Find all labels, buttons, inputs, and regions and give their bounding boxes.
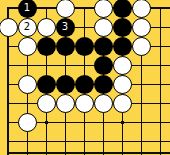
board-intersection[interactable]: [94, 0, 113, 18]
go-board: 123: [0, 0, 170, 151]
black-stone: [94, 37, 113, 56]
board-intersection[interactable]: [151, 75, 170, 94]
board-intersection[interactable]: [75, 18, 94, 37]
board-intersection[interactable]: [37, 18, 56, 37]
white-stone: [132, 0, 151, 18]
board-intersection[interactable]: [56, 56, 75, 75]
white-stone: [113, 56, 132, 75]
board-intersection[interactable]: 3: [56, 18, 75, 37]
move-number-label: 3: [62, 22, 68, 32]
board-intersection[interactable]: [113, 56, 132, 75]
white-stone: [113, 94, 132, 113]
board-intersection[interactable]: [37, 0, 56, 18]
board-intersection[interactable]: [0, 94, 18, 113]
black-stone: [75, 75, 94, 94]
black-stone: [113, 37, 132, 56]
board-intersection[interactable]: [94, 37, 113, 56]
board-intersection[interactable]: [113, 18, 132, 37]
board-intersection[interactable]: [151, 18, 170, 37]
board-intersection[interactable]: [113, 0, 132, 18]
board-intersection[interactable]: [0, 37, 18, 56]
white-stone: [0, 18, 18, 37]
board-intersection[interactable]: [37, 37, 56, 56]
black-stone: [113, 18, 132, 37]
board-intersection[interactable]: [75, 75, 94, 94]
board-intersection[interactable]: [56, 37, 75, 56]
board-intersection[interactable]: [56, 75, 75, 94]
white-stone: 2: [18, 18, 37, 37]
black-stone: [113, 0, 132, 18]
board-intersection[interactable]: [151, 94, 170, 113]
board-intersection[interactable]: [0, 75, 18, 94]
board-intersection[interactable]: [37, 94, 56, 113]
board-intersection[interactable]: 2: [18, 18, 37, 37]
board-intersection[interactable]: [37, 56, 56, 75]
board-intersection[interactable]: [132, 113, 151, 132]
white-stone: [56, 0, 75, 18]
board-intersection[interactable]: [56, 94, 75, 113]
board-intersection[interactable]: [94, 94, 113, 113]
board-intersection[interactable]: [75, 37, 94, 56]
board-intersection[interactable]: [113, 132, 132, 151]
board-intersection[interactable]: [37, 75, 56, 94]
board-intersection[interactable]: [151, 37, 170, 56]
black-stone: 1: [18, 0, 37, 18]
black-stone: [75, 37, 94, 56]
board-intersection[interactable]: [113, 94, 132, 113]
black-stone: [37, 75, 56, 94]
board-intersection[interactable]: [151, 132, 170, 151]
black-stone: [94, 75, 113, 94]
grid-line-bottom-crop: [7, 152, 170, 154]
board-intersection[interactable]: [151, 113, 170, 132]
board-intersection[interactable]: [132, 94, 151, 113]
board-intersection[interactable]: [113, 113, 132, 132]
board-intersection[interactable]: [75, 0, 94, 18]
board-intersection[interactable]: [94, 75, 113, 94]
white-stone: [113, 75, 132, 94]
board-intersection[interactable]: [75, 113, 94, 132]
board-intersection[interactable]: [18, 56, 37, 75]
white-stone: [94, 18, 113, 37]
black-stone: [56, 37, 75, 56]
board-intersection[interactable]: [0, 132, 18, 151]
board-intersection[interactable]: [75, 94, 94, 113]
board-intersection[interactable]: [94, 18, 113, 37]
board-intersection[interactable]: [113, 37, 132, 56]
board-intersection[interactable]: [132, 37, 151, 56]
board-intersection[interactable]: [37, 113, 56, 132]
black-stone: [37, 37, 56, 56]
white-stone: [56, 94, 75, 113]
white-stone: [75, 94, 94, 113]
board-intersection[interactable]: [151, 0, 170, 18]
white-stone: [18, 113, 37, 132]
board-intersection[interactable]: [56, 132, 75, 151]
white-stone: [94, 0, 113, 18]
board-intersection[interactable]: [113, 75, 132, 94]
white-stone: [94, 94, 113, 113]
go-problem-diagram: 123: [0, 0, 170, 155]
board-intersection[interactable]: [18, 132, 37, 151]
white-stone: [18, 75, 37, 94]
board-intersection[interactable]: [132, 0, 151, 18]
board-intersection[interactable]: [56, 0, 75, 18]
board-intersection[interactable]: [132, 56, 151, 75]
white-stone: [18, 37, 37, 56]
board-intersection[interactable]: [56, 113, 75, 132]
board-intersection[interactable]: [0, 0, 18, 18]
board-intersection[interactable]: [132, 18, 151, 37]
board-intersection[interactable]: [132, 132, 151, 151]
black-stone: [56, 75, 75, 94]
board-intersection[interactable]: [94, 113, 113, 132]
board-intersection[interactable]: [37, 132, 56, 151]
white-stone: [37, 18, 56, 37]
white-stone: [132, 18, 151, 37]
board-intersection[interactable]: [18, 75, 37, 94]
board-intersection[interactable]: [18, 113, 37, 132]
white-stone: [132, 37, 151, 56]
board-intersection[interactable]: [75, 56, 94, 75]
board-intersection[interactable]: [151, 56, 170, 75]
board-intersection[interactable]: [0, 113, 18, 132]
black-stone: 3: [56, 18, 75, 37]
board-intersection[interactable]: [0, 18, 18, 37]
black-stone: [94, 56, 113, 75]
board-intersection[interactable]: [94, 132, 113, 151]
move-number-label: 2: [24, 22, 30, 32]
board-intersection[interactable]: [132, 75, 151, 94]
board-intersection[interactable]: [75, 132, 94, 151]
board-intersection[interactable]: [0, 56, 18, 75]
board-intersection[interactable]: [18, 94, 37, 113]
board-intersection[interactable]: 1: [18, 0, 37, 18]
board-intersection[interactable]: [18, 37, 37, 56]
white-stone: [37, 94, 56, 113]
board-intersection[interactable]: [94, 56, 113, 75]
move-number-label: 1: [24, 3, 30, 13]
